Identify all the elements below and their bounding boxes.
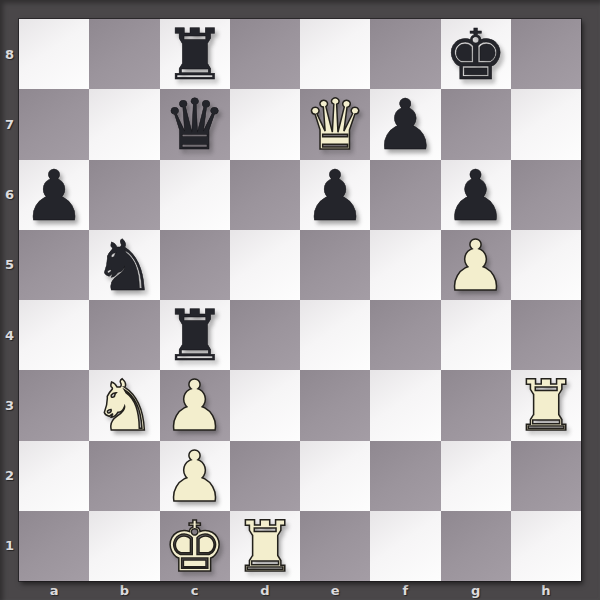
square-f4[interactable] bbox=[370, 300, 440, 370]
square-e6[interactable]: ♟ bbox=[300, 160, 370, 230]
piece-black-king-g8[interactable]: ♚ bbox=[444, 20, 507, 90]
square-a5[interactable] bbox=[19, 230, 89, 300]
piece-black-rook-c8[interactable]: ♜ bbox=[163, 20, 226, 90]
square-e7[interactable]: ♛ bbox=[300, 89, 370, 159]
square-h3[interactable]: ♜ bbox=[511, 370, 581, 440]
square-h8[interactable] bbox=[511, 19, 581, 89]
square-d1[interactable]: ♜ bbox=[230, 511, 300, 581]
square-f1[interactable] bbox=[370, 511, 440, 581]
square-d7[interactable] bbox=[230, 89, 300, 159]
piece-black-knight-b5[interactable]: ♞ bbox=[93, 231, 156, 301]
piece-black-pawn-e6[interactable]: ♟ bbox=[304, 161, 367, 231]
piece-white-knight-b3[interactable]: ♞ bbox=[93, 371, 156, 441]
rank-labels: 87654321 bbox=[0, 19, 19, 581]
square-f7[interactable]: ♟ bbox=[370, 89, 440, 159]
square-d6[interactable] bbox=[230, 160, 300, 230]
square-b6[interactable] bbox=[89, 160, 159, 230]
square-a7[interactable] bbox=[19, 89, 89, 159]
square-g3[interactable] bbox=[441, 370, 511, 440]
square-h1[interactable] bbox=[511, 511, 581, 581]
square-c3[interactable]: ♟ bbox=[160, 370, 230, 440]
square-b7[interactable] bbox=[89, 89, 159, 159]
square-a2[interactable] bbox=[19, 441, 89, 511]
square-d3[interactable] bbox=[230, 370, 300, 440]
square-g8[interactable]: ♚ bbox=[441, 19, 511, 89]
rank-label-1: 1 bbox=[0, 511, 19, 581]
square-b8[interactable] bbox=[89, 19, 159, 89]
rank-label-4: 4 bbox=[0, 300, 19, 370]
piece-white-king-c1[interactable]: ♚ bbox=[163, 512, 226, 582]
file-label-g: g bbox=[441, 581, 511, 600]
piece-black-rook-c4[interactable]: ♜ bbox=[163, 301, 226, 371]
square-c6[interactable] bbox=[160, 160, 230, 230]
square-c8[interactable]: ♜ bbox=[160, 19, 230, 89]
rank-label-5: 5 bbox=[0, 230, 19, 300]
square-e3[interactable] bbox=[300, 370, 370, 440]
piece-white-rook-h3[interactable]: ♜ bbox=[514, 371, 577, 441]
piece-black-queen-c7[interactable]: ♛ bbox=[163, 90, 226, 160]
square-g4[interactable] bbox=[441, 300, 511, 370]
square-e1[interactable] bbox=[300, 511, 370, 581]
square-d5[interactable] bbox=[230, 230, 300, 300]
square-b1[interactable] bbox=[89, 511, 159, 581]
square-a1[interactable] bbox=[19, 511, 89, 581]
square-e8[interactable] bbox=[300, 19, 370, 89]
rank-label-6: 6 bbox=[0, 160, 19, 230]
piece-white-rook-d1[interactable]: ♜ bbox=[233, 512, 296, 582]
chessboard-frame: 87654321 abcdefgh ♜♚♛♛♟♟♟♟♞♟♜♞♟♜♟♚♜ bbox=[0, 0, 600, 600]
square-d8[interactable] bbox=[230, 19, 300, 89]
square-f2[interactable] bbox=[370, 441, 440, 511]
square-b2[interactable] bbox=[89, 441, 159, 511]
square-f5[interactable] bbox=[370, 230, 440, 300]
rank-label-3: 3 bbox=[0, 370, 19, 440]
board: ♜♚♛♛♟♟♟♟♞♟♜♞♟♜♟♚♜ bbox=[19, 19, 581, 581]
piece-black-pawn-g6[interactable]: ♟ bbox=[444, 161, 507, 231]
square-e5[interactable] bbox=[300, 230, 370, 300]
square-g2[interactable] bbox=[441, 441, 511, 511]
file-label-f: f bbox=[370, 581, 440, 600]
square-g7[interactable] bbox=[441, 89, 511, 159]
square-c7[interactable]: ♛ bbox=[160, 89, 230, 159]
piece-white-queen-e7[interactable]: ♛ bbox=[304, 90, 367, 160]
square-h4[interactable] bbox=[511, 300, 581, 370]
square-g6[interactable]: ♟ bbox=[441, 160, 511, 230]
square-c4[interactable]: ♜ bbox=[160, 300, 230, 370]
square-d2[interactable] bbox=[230, 441, 300, 511]
square-a8[interactable] bbox=[19, 19, 89, 89]
rank-label-2: 2 bbox=[0, 441, 19, 511]
square-e2[interactable] bbox=[300, 441, 370, 511]
square-e4[interactable] bbox=[300, 300, 370, 370]
piece-black-pawn-f7[interactable]: ♟ bbox=[374, 90, 437, 160]
piece-white-pawn-c2[interactable]: ♟ bbox=[163, 442, 226, 512]
square-f8[interactable] bbox=[370, 19, 440, 89]
square-h7[interactable] bbox=[511, 89, 581, 159]
square-a4[interactable] bbox=[19, 300, 89, 370]
square-c5[interactable] bbox=[160, 230, 230, 300]
square-c2[interactable]: ♟ bbox=[160, 441, 230, 511]
file-labels: abcdefgh bbox=[19, 581, 581, 600]
square-b5[interactable]: ♞ bbox=[89, 230, 159, 300]
square-b4[interactable] bbox=[89, 300, 159, 370]
square-c1[interactable]: ♚ bbox=[160, 511, 230, 581]
piece-white-pawn-c3[interactable]: ♟ bbox=[163, 371, 226, 441]
rank-label-8: 8 bbox=[0, 19, 19, 89]
file-label-a: a bbox=[19, 581, 89, 600]
square-f3[interactable] bbox=[370, 370, 440, 440]
file-label-b: b bbox=[89, 581, 159, 600]
rank-label-7: 7 bbox=[0, 89, 19, 159]
square-g5[interactable]: ♟ bbox=[441, 230, 511, 300]
piece-black-pawn-a6[interactable]: ♟ bbox=[23, 161, 86, 231]
square-f6[interactable] bbox=[370, 160, 440, 230]
square-a3[interactable] bbox=[19, 370, 89, 440]
square-d4[interactable] bbox=[230, 300, 300, 370]
piece-white-pawn-g5[interactable]: ♟ bbox=[444, 231, 507, 301]
square-a6[interactable]: ♟ bbox=[19, 160, 89, 230]
file-label-h: h bbox=[511, 581, 581, 600]
square-g1[interactable] bbox=[441, 511, 511, 581]
square-h5[interactable] bbox=[511, 230, 581, 300]
file-label-e: e bbox=[300, 581, 370, 600]
square-h2[interactable] bbox=[511, 441, 581, 511]
square-b3[interactable]: ♞ bbox=[89, 370, 159, 440]
square-h6[interactable] bbox=[511, 160, 581, 230]
